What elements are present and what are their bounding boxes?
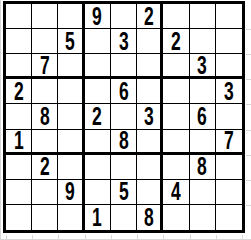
cell-r9c2[interactable] xyxy=(32,205,58,230)
cell-r8c9[interactable] xyxy=(216,180,242,205)
cell-r9c6[interactable]: 8 xyxy=(137,205,163,230)
cell-r2c6[interactable] xyxy=(137,29,163,54)
spreadsheet-gridline xyxy=(246,130,251,131)
cell-r4c8[interactable] xyxy=(190,79,216,104)
cell-r4c3[interactable] xyxy=(58,79,84,104)
spreadsheet-gridline xyxy=(246,79,251,80)
given-digit: 5 xyxy=(119,180,129,205)
given-digit: 3 xyxy=(224,79,234,104)
cell-r1c3[interactable] xyxy=(58,4,84,29)
spreadsheet-canvas: 925327326382361872895418 xyxy=(0,0,251,240)
cell-r8c1[interactable] xyxy=(6,180,32,205)
spreadsheet-gridline xyxy=(246,29,251,30)
spreadsheet-gridline xyxy=(242,235,243,240)
cell-r3c3[interactable] xyxy=(58,54,84,79)
cell-r2c4[interactable] xyxy=(85,29,111,54)
cell-r6c7[interactable] xyxy=(163,130,189,155)
cell-r1c6[interactable]: 2 xyxy=(137,4,163,29)
cell-r6c9[interactable]: 7 xyxy=(216,130,242,155)
cell-r4c7[interactable] xyxy=(163,79,189,104)
cell-r6c1[interactable]: 1 xyxy=(6,130,32,155)
cell-r3c9[interactable] xyxy=(216,54,242,79)
cell-r8c6[interactable] xyxy=(137,180,163,205)
cell-r8c3[interactable]: 9 xyxy=(58,180,84,205)
spreadsheet-gridline xyxy=(190,235,191,240)
given-digit: 1 xyxy=(14,130,24,154)
given-digit: 3 xyxy=(144,104,154,129)
cell-r4c4[interactable] xyxy=(85,79,111,104)
cell-r2c8[interactable] xyxy=(190,29,216,54)
given-digit: 1 xyxy=(92,205,102,230)
cell-r6c5[interactable]: 8 xyxy=(111,130,137,155)
cell-r1c2[interactable] xyxy=(32,4,58,29)
spreadsheet-gridline xyxy=(137,235,138,240)
cell-r6c6[interactable] xyxy=(137,130,163,155)
given-digit: 2 xyxy=(14,79,24,104)
cell-r9c1[interactable] xyxy=(6,205,32,230)
cell-r7c6[interactable] xyxy=(137,155,163,180)
cell-r7c3[interactable] xyxy=(58,155,84,180)
given-digit: 7 xyxy=(224,130,234,154)
spreadsheet-gridline xyxy=(246,54,251,55)
cell-r5c3[interactable] xyxy=(58,104,84,129)
cell-r2c3[interactable]: 5 xyxy=(58,29,84,54)
cell-r7c5[interactable] xyxy=(111,155,137,180)
cell-r3c4[interactable] xyxy=(85,54,111,79)
cell-r3c5[interactable] xyxy=(111,54,137,79)
given-digit: 6 xyxy=(119,79,129,104)
cell-r6c2[interactable] xyxy=(32,130,58,155)
given-digit: 8 xyxy=(144,205,154,230)
given-digit: 8 xyxy=(119,130,129,154)
spreadsheet-gridline xyxy=(216,235,217,240)
cell-r7c8[interactable]: 8 xyxy=(190,155,216,180)
given-digit: 2 xyxy=(144,4,154,29)
given-digit: 7 xyxy=(40,54,50,78)
spreadsheet-gridline xyxy=(111,235,112,240)
given-digit: 5 xyxy=(65,29,75,54)
cell-r9c3[interactable] xyxy=(58,205,84,230)
cell-r5c8[interactable]: 6 xyxy=(190,104,216,129)
cell-r5c4[interactable]: 2 xyxy=(85,104,111,129)
cell-r5c5[interactable] xyxy=(111,104,137,129)
given-digit: 9 xyxy=(92,4,102,29)
cell-r8c5[interactable]: 5 xyxy=(111,180,137,205)
spreadsheet-gridline xyxy=(246,180,251,181)
cell-r2c7[interactable]: 2 xyxy=(163,29,189,54)
given-digit: 2 xyxy=(171,29,181,54)
given-digit: 8 xyxy=(40,104,50,129)
cell-r5c9[interactable] xyxy=(216,104,242,129)
cell-r8c7[interactable]: 4 xyxy=(163,180,189,205)
spreadsheet-gridline xyxy=(58,235,59,240)
cell-r4c5[interactable]: 6 xyxy=(111,79,137,104)
spreadsheet-gridline xyxy=(246,104,251,105)
cell-r9c5[interactable] xyxy=(111,205,137,230)
cell-r3c2[interactable]: 7 xyxy=(32,54,58,79)
cell-r8c8[interactable] xyxy=(190,180,216,205)
given-digit: 8 xyxy=(197,155,207,180)
cell-r8c2[interactable] xyxy=(32,180,58,205)
given-digit: 3 xyxy=(119,29,129,54)
cell-r7c2[interactable]: 2 xyxy=(32,155,58,180)
cell-r1c4[interactable]: 9 xyxy=(85,4,111,29)
cell-r8c4[interactable] xyxy=(85,180,111,205)
cell-r9c9[interactable] xyxy=(216,205,242,230)
cell-r1c5[interactable] xyxy=(111,4,137,29)
cell-r1c1[interactable] xyxy=(6,4,32,29)
cell-r2c5[interactable]: 3 xyxy=(111,29,137,54)
cell-r3c7[interactable] xyxy=(163,54,189,79)
spreadsheet-gridline xyxy=(246,205,251,206)
spreadsheet-gridline xyxy=(6,235,7,240)
cell-r2c2[interactable] xyxy=(32,29,58,54)
cell-r4c2[interactable] xyxy=(32,79,58,104)
spreadsheet-gridline xyxy=(246,155,251,156)
given-digit: 2 xyxy=(40,155,50,180)
cell-r7c1[interactable] xyxy=(6,155,32,180)
given-digit: 3 xyxy=(197,54,207,78)
cell-r9c7[interactable] xyxy=(163,205,189,230)
spreadsheet-gridline xyxy=(0,0,1,240)
given-digit: 2 xyxy=(92,104,102,129)
cell-r4c9[interactable]: 3 xyxy=(216,79,242,104)
cell-r2c1[interactable] xyxy=(6,29,32,54)
cell-r1c9[interactable] xyxy=(216,4,242,29)
given-digit: 9 xyxy=(65,180,75,205)
sudoku-board: 925327326382361872895418 xyxy=(3,1,245,233)
cell-r5c6[interactable]: 3 xyxy=(137,104,163,129)
cell-r9c8[interactable] xyxy=(190,205,216,230)
spreadsheet-gridline xyxy=(163,235,164,240)
spreadsheet-gridline xyxy=(32,235,33,240)
cell-r4c1[interactable]: 2 xyxy=(6,79,32,104)
cell-r3c1[interactable] xyxy=(6,54,32,79)
cell-r3c8[interactable]: 3 xyxy=(190,54,216,79)
cell-r9c4[interactable]: 1 xyxy=(85,205,111,230)
cell-r7c7[interactable] xyxy=(163,155,189,180)
cell-r7c4[interactable] xyxy=(85,155,111,180)
cell-r4c6[interactable] xyxy=(137,79,163,104)
cell-r3c6[interactable] xyxy=(137,54,163,79)
cell-r5c1[interactable] xyxy=(6,104,32,129)
cell-r7c9[interactable] xyxy=(216,155,242,180)
cell-r6c4[interactable] xyxy=(85,130,111,155)
given-digit: 4 xyxy=(171,180,181,205)
cell-r6c3[interactable] xyxy=(58,130,84,155)
cell-r6c8[interactable] xyxy=(190,130,216,155)
cell-r1c8[interactable] xyxy=(190,4,216,29)
given-digit: 6 xyxy=(197,104,207,129)
cell-r5c7[interactable] xyxy=(163,104,189,129)
cell-r5c2[interactable]: 8 xyxy=(32,104,58,129)
cell-r2c9[interactable] xyxy=(216,29,242,54)
cell-r1c7[interactable] xyxy=(163,4,189,29)
spreadsheet-gridline xyxy=(85,235,86,240)
